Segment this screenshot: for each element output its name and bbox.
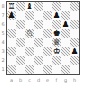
square-f1[interactable] [52, 65, 61, 74]
square-h8[interactable] [70, 2, 79, 11]
square-e6[interactable] [43, 20, 52, 29]
square-e5[interactable] [43, 29, 52, 38]
file-label-d: d [34, 76, 43, 84]
square-b3[interactable] [16, 47, 25, 56]
rank-label-2: 2 [0, 56, 6, 65]
black-king-f5: ♚ [53, 29, 61, 38]
square-c7[interactable] [25, 11, 34, 20]
square-b1[interactable] [16, 65, 25, 74]
square-e1[interactable] [43, 65, 52, 74]
square-b5[interactable] [16, 29, 25, 38]
white-rook-a8: ♖ [8, 2, 16, 11]
file-label-c: c [25, 76, 34, 84]
square-a1[interactable] [7, 65, 16, 74]
white-queen-f4: ♕ [53, 38, 61, 47]
square-g3[interactable] [61, 47, 70, 56]
square-g1[interactable] [61, 65, 70, 74]
rank-label-1: 1 [0, 65, 6, 74]
square-h7[interactable] [70, 11, 79, 20]
square-c1[interactable] [25, 65, 34, 74]
square-h5[interactable] [70, 29, 79, 38]
rank-labels: 87654321 [0, 2, 6, 74]
square-c5[interactable]: ♘ [25, 29, 34, 38]
black-bishop-c8: ♝ [26, 2, 34, 11]
square-a4[interactable] [7, 38, 16, 47]
square-e3[interactable] [43, 47, 52, 56]
square-c2[interactable] [25, 56, 34, 65]
square-d3[interactable] [34, 47, 43, 56]
white-knight-c5: ♘ [26, 29, 34, 38]
file-label-e: e [43, 76, 52, 84]
rank-label-6: 6 [0, 20, 6, 29]
square-f7[interactable]: ♟ [52, 11, 61, 20]
square-c8[interactable]: ♝ [25, 2, 34, 11]
square-g5[interactable] [61, 29, 70, 38]
rank-label-5: 5 [0, 29, 6, 38]
square-d1[interactable] [34, 65, 43, 74]
square-a8[interactable]: ♖ [7, 2, 16, 11]
chess-board: ♖♝♟♟♟♘♚♕♔♟ [7, 2, 79, 74]
square-f5[interactable]: ♚ [52, 29, 61, 38]
rank-label-7: 7 [0, 11, 6, 20]
file-label-b: b [16, 76, 25, 84]
chess-diagram: 87654321 ♖♝♟♟♟♘♚♕♔♟ abcdefgh [0, 0, 86, 85]
square-b8[interactable] [16, 2, 25, 11]
square-f2[interactable] [52, 56, 61, 65]
square-d8[interactable] [34, 2, 43, 11]
square-a5[interactable] [7, 29, 16, 38]
file-label-g: g [61, 76, 70, 84]
square-d7[interactable] [34, 11, 43, 20]
square-b7[interactable] [16, 11, 25, 20]
square-h1[interactable] [70, 65, 79, 74]
square-c6[interactable] [25, 20, 34, 29]
square-g7[interactable] [61, 11, 70, 20]
rank-label-8: 8 [0, 2, 6, 11]
file-label-f: f [52, 76, 61, 84]
black-pawn-a7: ♟ [8, 11, 16, 20]
square-g4[interactable] [61, 38, 70, 47]
square-d4[interactable] [34, 38, 43, 47]
square-b4[interactable] [16, 38, 25, 47]
square-f3[interactable]: ♔ [52, 47, 61, 56]
square-d5[interactable] [34, 29, 43, 38]
square-g6[interactable]: ♟ [61, 20, 70, 29]
square-a2[interactable] [7, 56, 16, 65]
black-pawn-h3: ♟ [71, 47, 79, 56]
square-c4[interactable] [25, 38, 34, 47]
square-e2[interactable] [43, 56, 52, 65]
square-f4[interactable]: ♕ [52, 38, 61, 47]
rank-label-4: 4 [0, 38, 6, 47]
square-a6[interactable] [7, 20, 16, 29]
square-c3[interactable] [25, 47, 34, 56]
square-b2[interactable] [16, 56, 25, 65]
black-pawn-g6: ♟ [62, 20, 70, 29]
square-d6[interactable] [34, 20, 43, 29]
white-king-f3: ♔ [53, 47, 61, 56]
square-e4[interactable] [43, 38, 52, 47]
file-label-h: h [70, 76, 79, 84]
square-a3[interactable] [7, 47, 16, 56]
square-h3[interactable]: ♟ [70, 47, 79, 56]
black-pawn-f7: ♟ [53, 11, 61, 20]
square-g2[interactable] [61, 56, 70, 65]
file-label-a: a [7, 76, 16, 84]
square-a7[interactable]: ♟ [7, 11, 16, 20]
square-f6[interactable] [52, 20, 61, 29]
square-f8[interactable] [52, 2, 61, 11]
square-e7[interactable] [43, 11, 52, 20]
square-h2[interactable] [70, 56, 79, 65]
square-d2[interactable] [34, 56, 43, 65]
file-labels: abcdefgh [7, 76, 79, 84]
square-h6[interactable] [70, 20, 79, 29]
square-g8[interactable] [61, 2, 70, 11]
rank-label-3: 3 [0, 47, 6, 56]
square-e8[interactable] [43, 2, 52, 11]
square-b6[interactable] [16, 20, 25, 29]
square-h4[interactable] [70, 38, 79, 47]
